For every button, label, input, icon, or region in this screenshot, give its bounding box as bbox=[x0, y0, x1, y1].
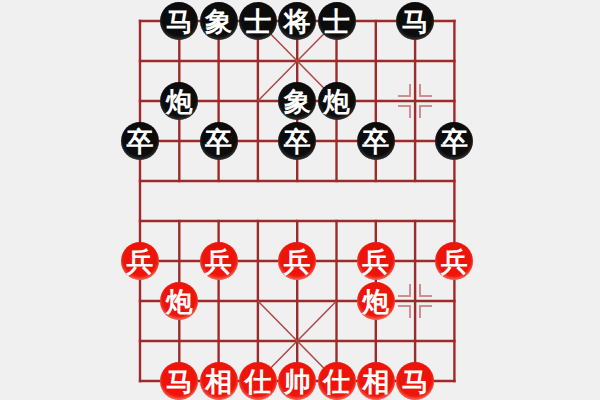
red-horse[interactable]: 马 bbox=[160, 362, 198, 400]
black-horse[interactable]: 马 bbox=[160, 2, 198, 40]
black-elephant[interactable]: 象 bbox=[278, 82, 316, 120]
red-horse[interactable]: 马 bbox=[396, 362, 434, 400]
red-soldier[interactable]: 兵 bbox=[121, 242, 159, 280]
black-horse[interactable]: 马 bbox=[396, 2, 434, 40]
marker-corner bbox=[419, 105, 432, 118]
last-move-marker bbox=[398, 84, 432, 118]
red-elephant[interactable]: 相 bbox=[200, 362, 238, 400]
red-general[interactable]: 帅 bbox=[278, 362, 316, 400]
black-soldier[interactable]: 卒 bbox=[121, 122, 159, 160]
red-soldier[interactable]: 兵 bbox=[435, 242, 473, 280]
marker-corner bbox=[398, 105, 411, 118]
black-soldier[interactable]: 卒 bbox=[200, 122, 238, 160]
marker-corner bbox=[398, 305, 411, 318]
black-advisor[interactable]: 士 bbox=[318, 2, 356, 40]
black-general[interactable]: 将 bbox=[278, 2, 316, 40]
marker-corner bbox=[419, 305, 432, 318]
red-soldier[interactable]: 兵 bbox=[278, 242, 316, 280]
red-soldier[interactable]: 兵 bbox=[200, 242, 238, 280]
black-soldier[interactable]: 卒 bbox=[357, 122, 395, 160]
black-advisor[interactable]: 士 bbox=[239, 2, 277, 40]
marker-corner bbox=[419, 284, 432, 297]
red-cannon[interactable]: 炮 bbox=[357, 282, 395, 320]
red-elephant[interactable]: 相 bbox=[357, 362, 395, 400]
red-advisor[interactable]: 仕 bbox=[318, 362, 356, 400]
black-cannon[interactable]: 炮 bbox=[160, 82, 198, 120]
black-cannon[interactable]: 炮 bbox=[318, 82, 356, 120]
red-cannon[interactable]: 炮 bbox=[160, 282, 198, 320]
marker-corner bbox=[419, 84, 432, 97]
marker-corner bbox=[398, 284, 411, 297]
last-move-marker bbox=[398, 284, 432, 318]
black-elephant[interactable]: 象 bbox=[200, 2, 238, 40]
red-advisor[interactable]: 仕 bbox=[239, 362, 277, 400]
board-grid bbox=[0, 0, 600, 400]
red-soldier[interactable]: 兵 bbox=[357, 242, 395, 280]
xiangqi-board[interactable]: 马象士将士马炮象炮卒卒卒卒卒兵兵兵兵兵炮炮马相仕帅仕相马 bbox=[0, 0, 600, 400]
black-soldier[interactable]: 卒 bbox=[278, 122, 316, 160]
marker-corner bbox=[398, 84, 411, 97]
black-soldier[interactable]: 卒 bbox=[435, 122, 473, 160]
